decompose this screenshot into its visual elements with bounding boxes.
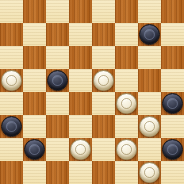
- black-man-b2[interactable]: [24, 139, 45, 160]
- square-a3[interactable]: [0, 115, 23, 138]
- square-a2: [0, 138, 23, 161]
- black-man-h4[interactable]: [162, 93, 183, 114]
- black-man-g7[interactable]: [139, 24, 160, 45]
- black-man-h2[interactable]: [162, 139, 183, 160]
- black-man-c5[interactable]: [47, 70, 68, 91]
- square-h2[interactable]: [161, 138, 184, 161]
- square-b5: [23, 69, 46, 92]
- square-c1[interactable]: [46, 161, 69, 184]
- square-d3: [69, 115, 92, 138]
- square-a8: [0, 0, 23, 23]
- square-a5[interactable]: [0, 69, 23, 92]
- square-h7: [161, 23, 184, 46]
- black-man-a3[interactable]: [1, 116, 22, 137]
- square-a4: [0, 92, 23, 115]
- square-c8: [46, 0, 69, 23]
- square-e4: [92, 92, 115, 115]
- square-b4[interactable]: [23, 92, 46, 115]
- square-c6: [46, 46, 69, 69]
- square-c5[interactable]: [46, 69, 69, 92]
- square-g2: [138, 138, 161, 161]
- square-b1: [23, 161, 46, 184]
- white-man-f4[interactable]: [116, 93, 137, 114]
- white-man-a5[interactable]: [1, 70, 22, 91]
- square-g7[interactable]: [138, 23, 161, 46]
- square-d2[interactable]: [69, 138, 92, 161]
- square-h4[interactable]: [161, 92, 184, 115]
- square-e7[interactable]: [92, 23, 115, 46]
- square-d6[interactable]: [69, 46, 92, 69]
- square-f3: [115, 115, 138, 138]
- square-g1[interactable]: [138, 161, 161, 184]
- white-man-e5[interactable]: [93, 70, 114, 91]
- white-man-d2[interactable]: [70, 139, 91, 160]
- square-d7: [69, 23, 92, 46]
- square-e6: [92, 46, 115, 69]
- square-f4[interactable]: [115, 92, 138, 115]
- square-h1: [161, 161, 184, 184]
- square-g3[interactable]: [138, 115, 161, 138]
- square-c7[interactable]: [46, 23, 69, 46]
- square-c3[interactable]: [46, 115, 69, 138]
- square-b7: [23, 23, 46, 46]
- square-f8[interactable]: [115, 0, 138, 23]
- square-d5: [69, 69, 92, 92]
- square-f1: [115, 161, 138, 184]
- white-man-g3[interactable]: [139, 116, 160, 137]
- square-g6: [138, 46, 161, 69]
- square-d1: [69, 161, 92, 184]
- square-h3: [161, 115, 184, 138]
- white-man-g1[interactable]: [139, 162, 160, 183]
- square-g8: [138, 0, 161, 23]
- square-e5[interactable]: [92, 69, 115, 92]
- square-b2[interactable]: [23, 138, 46, 161]
- square-b6[interactable]: [23, 46, 46, 69]
- square-f5: [115, 69, 138, 92]
- square-a7[interactable]: [0, 23, 23, 46]
- square-a6: [0, 46, 23, 69]
- square-b8[interactable]: [23, 0, 46, 23]
- square-f7: [115, 23, 138, 46]
- square-c2: [46, 138, 69, 161]
- square-h5: [161, 69, 184, 92]
- square-e1[interactable]: [92, 161, 115, 184]
- square-f6[interactable]: [115, 46, 138, 69]
- square-g5[interactable]: [138, 69, 161, 92]
- square-h8[interactable]: [161, 0, 184, 23]
- square-d4[interactable]: [69, 92, 92, 115]
- square-b3: [23, 115, 46, 138]
- square-e3[interactable]: [92, 115, 115, 138]
- square-h6[interactable]: [161, 46, 184, 69]
- square-g4: [138, 92, 161, 115]
- square-c4: [46, 92, 69, 115]
- square-f2[interactable]: [115, 138, 138, 161]
- checkers-board: [0, 0, 184, 184]
- white-man-f2[interactable]: [116, 139, 137, 160]
- square-a1[interactable]: [0, 161, 23, 184]
- square-d8[interactable]: [69, 0, 92, 23]
- square-e8: [92, 0, 115, 23]
- square-e2: [92, 138, 115, 161]
